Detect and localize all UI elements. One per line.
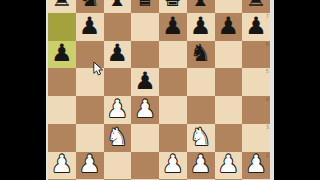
piece-bp-f7[interactable]: ♟ bbox=[190, 14, 212, 38]
square-h4[interactable]: 4 bbox=[242, 96, 270, 124]
piece-wp-d4[interactable]: ♟ bbox=[134, 97, 156, 121]
square-c7[interactable] bbox=[104, 13, 132, 41]
piece-bk-e8[interactable]: ♚ bbox=[162, 0, 184, 10]
square-d3[interactable] bbox=[131, 124, 159, 152]
square-c8[interactable]: ♝ bbox=[104, 0, 132, 13]
piece-bp-e7[interactable]: ♟ bbox=[162, 14, 184, 38]
square-a4[interactable] bbox=[48, 96, 76, 124]
square-d1[interactable] bbox=[131, 179, 159, 180]
square-f1[interactable] bbox=[187, 179, 215, 180]
mouse-cursor-icon bbox=[93, 62, 103, 77]
piece-bp-d5[interactable]: ♟ bbox=[134, 69, 156, 93]
square-g5[interactable] bbox=[215, 68, 243, 96]
square-b2[interactable]: ♟ bbox=[76, 152, 104, 180]
square-f4[interactable] bbox=[187, 96, 215, 124]
square-b1[interactable] bbox=[76, 179, 104, 180]
piece-wp-c4[interactable]: ♟ bbox=[107, 97, 129, 121]
square-g6[interactable] bbox=[215, 41, 243, 69]
square-c6[interactable]: ♟ bbox=[104, 41, 132, 69]
square-c3[interactable]: ♞ bbox=[104, 124, 132, 152]
square-d5[interactable]: ♟ bbox=[131, 68, 159, 96]
piece-bn-b8[interactable]: ♞ bbox=[79, 0, 101, 10]
square-c5[interactable] bbox=[104, 68, 132, 96]
piece-bp-h7[interactable]: ♟ bbox=[245, 14, 267, 38]
square-b4[interactable] bbox=[76, 96, 104, 124]
square-e3[interactable] bbox=[159, 124, 187, 152]
square-g1[interactable] bbox=[215, 179, 243, 180]
square-h2[interactable]: ♟2 bbox=[242, 152, 270, 180]
square-e6[interactable] bbox=[159, 41, 187, 69]
square-b7[interactable]: ♟ bbox=[76, 13, 104, 41]
square-a6[interactable]: ♟ bbox=[48, 41, 76, 69]
piece-bn-f6[interactable]: ♞ bbox=[190, 41, 212, 65]
square-e4[interactable] bbox=[159, 96, 187, 124]
square-a1[interactable] bbox=[48, 179, 76, 180]
game-viewport: ♜♞♝♛♚♝♜♟♟♟♟♟7♟♟♞6♟5♟♟4♞♞3♟♟♟♟♟♟2 bbox=[0, 0, 320, 180]
rank-label-4: 4 bbox=[266, 97, 269, 102]
square-e5[interactable] bbox=[159, 68, 187, 96]
square-h5[interactable]: 5 bbox=[242, 68, 270, 96]
square-b3[interactable] bbox=[76, 124, 104, 152]
square-d4[interactable]: ♟ bbox=[131, 96, 159, 124]
square-a2[interactable]: ♟ bbox=[48, 152, 76, 180]
chess-board[interactable]: ♜♞♝♛♚♝♜♟♟♟♟♟7♟♟♞6♟5♟♟4♞♞3♟♟♟♟♟♟2 bbox=[48, 0, 270, 180]
piece-wp-b2[interactable]: ♟ bbox=[79, 152, 101, 176]
piece-bq-d8[interactable]: ♛ bbox=[134, 0, 156, 10]
square-a5[interactable] bbox=[48, 68, 76, 96]
square-e1[interactable] bbox=[159, 179, 187, 180]
square-d2[interactable] bbox=[131, 152, 159, 180]
square-h6[interactable]: 6 bbox=[242, 41, 270, 69]
piece-bp-b7[interactable]: ♟ bbox=[79, 14, 101, 38]
piece-wp-a2[interactable]: ♟ bbox=[51, 152, 73, 176]
rank-label-5: 5 bbox=[266, 69, 269, 74]
square-f3[interactable]: ♞ bbox=[187, 124, 215, 152]
piece-wn-c3[interactable]: ♞ bbox=[107, 125, 129, 149]
square-h3[interactable]: 3 bbox=[242, 124, 270, 152]
piece-bp-c6[interactable]: ♟ bbox=[107, 41, 129, 65]
square-g4[interactable] bbox=[215, 96, 243, 124]
square-a3[interactable] bbox=[48, 124, 76, 152]
piece-bb-f8[interactable]: ♝ bbox=[190, 0, 212, 10]
piece-wp-h2[interactable]: ♟ bbox=[245, 152, 267, 176]
square-e7[interactable]: ♟ bbox=[159, 13, 187, 41]
square-h7[interactable]: ♟7 bbox=[242, 13, 270, 41]
square-a8[interactable]: ♜ bbox=[48, 0, 76, 13]
square-c1[interactable] bbox=[104, 179, 132, 180]
piece-bp-g7[interactable]: ♟ bbox=[218, 14, 240, 38]
piece-wn-f3[interactable]: ♞ bbox=[190, 125, 212, 149]
square-c4[interactable]: ♟ bbox=[104, 96, 132, 124]
square-f2[interactable]: ♟ bbox=[187, 152, 215, 180]
square-g2[interactable]: ♟ bbox=[215, 152, 243, 180]
piece-wp-e2[interactable]: ♟ bbox=[162, 152, 184, 176]
piece-wp-f2[interactable]: ♟ bbox=[190, 152, 212, 176]
square-g3[interactable] bbox=[215, 124, 243, 152]
square-d7[interactable] bbox=[131, 13, 159, 41]
square-g7[interactable]: ♟ bbox=[215, 13, 243, 41]
square-f6[interactable]: ♞ bbox=[187, 41, 215, 69]
square-d6[interactable] bbox=[131, 41, 159, 69]
rank-label-6: 6 bbox=[266, 42, 269, 47]
square-f5[interactable] bbox=[187, 68, 215, 96]
square-a7[interactable] bbox=[48, 13, 76, 41]
piece-bb-c8[interactable]: ♝ bbox=[107, 0, 129, 10]
square-d8[interactable]: ♛ bbox=[131, 0, 159, 13]
piece-bp-a6[interactable]: ♟ bbox=[51, 41, 73, 65]
piece-wp-g2[interactable]: ♟ bbox=[218, 152, 240, 176]
square-c2[interactable] bbox=[104, 152, 132, 180]
piece-br-h8[interactable]: ♜ bbox=[245, 0, 267, 10]
square-h1[interactable] bbox=[242, 179, 270, 180]
square-f7[interactable]: ♟ bbox=[187, 13, 215, 41]
piece-br-a8[interactable]: ♜ bbox=[51, 0, 73, 10]
rank-label-3: 3 bbox=[266, 125, 269, 130]
page-background-strip-right bbox=[270, 0, 274, 180]
square-e2[interactable]: ♟ bbox=[159, 152, 187, 180]
